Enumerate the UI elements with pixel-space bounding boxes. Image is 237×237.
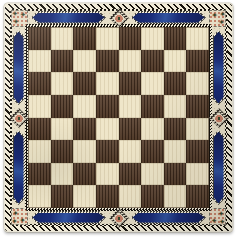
- flower-icon: ✦: [12, 11, 18, 18]
- square-a6[interactable]: [28, 72, 51, 95]
- flower-icon: ✦: [13, 210, 20, 216]
- square-f5[interactable]: [141, 95, 164, 118]
- square-h3[interactable]: [186, 140, 209, 163]
- flower-icon: ✦: [12, 218, 19, 224]
- square-b8[interactable]: [51, 27, 74, 50]
- square-c1[interactable]: [73, 185, 96, 208]
- square-c6[interactable]: [73, 72, 96, 95]
- square-g3[interactable]: [164, 140, 187, 163]
- square-c4[interactable]: [73, 118, 96, 141]
- square-c2[interactable]: [73, 163, 96, 186]
- square-b2[interactable]: [51, 163, 74, 186]
- square-d6[interactable]: [96, 72, 119, 95]
- square-e3[interactable]: [119, 140, 142, 163]
- square-e1[interactable]: [119, 185, 142, 208]
- square-d2[interactable]: [96, 163, 119, 186]
- blue-lozenge-top-right: [131, 11, 206, 24]
- square-f1[interactable]: [141, 185, 164, 208]
- square-c3[interactable]: [73, 140, 96, 163]
- square-d7[interactable]: [96, 50, 119, 73]
- blue-lozenge-bottom-right: [131, 211, 206, 224]
- flower-icon: ✦: [20, 12, 26, 19]
- square-d3[interactable]: [96, 140, 119, 163]
- square-c7[interactable]: [73, 50, 96, 73]
- blue-lozenge-right-lower: [212, 130, 225, 205]
- square-f8[interactable]: [141, 27, 164, 50]
- square-a4[interactable]: [28, 118, 51, 141]
- flower-icon: ✦: [217, 19, 224, 25]
- square-a2[interactable]: [28, 163, 51, 186]
- blue-lozenge-top-left: [31, 11, 106, 24]
- square-g6[interactable]: [164, 72, 187, 95]
- flower-icon: ✦: [219, 217, 225, 224]
- square-g4[interactable]: [164, 118, 187, 141]
- flower-icon: ✦: [211, 216, 217, 223]
- square-g8[interactable]: [164, 27, 187, 50]
- square-f3[interactable]: [141, 140, 164, 163]
- square-b6[interactable]: [51, 72, 74, 95]
- square-g5[interactable]: [164, 95, 187, 118]
- square-a8[interactable]: [28, 27, 51, 50]
- blue-lozenge-bottom-left: [31, 211, 106, 224]
- photo-background: ✦ ✦ ✦ ✦ ✦ ✦ ✦ ✦ ✦ ✦ ✦ ✦: [0, 0, 237, 237]
- square-d1[interactable]: [96, 185, 119, 208]
- square-f6[interactable]: [141, 72, 164, 95]
- square-e5[interactable]: [119, 95, 142, 118]
- square-e7[interactable]: [119, 50, 142, 73]
- square-h4[interactable]: [186, 118, 209, 141]
- board-field: [28, 27, 209, 208]
- chessboard: ✦ ✦ ✦ ✦ ✦ ✦ ✦ ✦ ✦ ✦ ✦ ✦: [4, 3, 233, 232]
- square-e4[interactable]: [119, 118, 142, 141]
- square-b4[interactable]: [51, 118, 74, 141]
- square-h5[interactable]: [186, 95, 209, 118]
- square-h2[interactable]: [186, 163, 209, 186]
- square-a5[interactable]: [28, 95, 51, 118]
- square-b3[interactable]: [51, 140, 74, 163]
- square-e2[interactable]: [119, 163, 142, 186]
- square-b1[interactable]: [51, 185, 74, 208]
- square-g2[interactable]: [164, 163, 187, 186]
- square-h6[interactable]: [186, 72, 209, 95]
- square-d4[interactable]: [96, 118, 119, 141]
- square-h8[interactable]: [186, 27, 209, 50]
- square-d5[interactable]: [96, 95, 119, 118]
- square-b5[interactable]: [51, 95, 74, 118]
- blue-lozenge-left-upper: [12, 30, 25, 105]
- flower-icon: ✦: [20, 217, 27, 223]
- flower-icon: ✦: [218, 209, 224, 216]
- square-d8[interactable]: [96, 27, 119, 50]
- flower-icon: ✦: [218, 11, 225, 17]
- flower-icon: ✦: [13, 19, 19, 26]
- square-h1[interactable]: [186, 185, 209, 208]
- square-a7[interactable]: [28, 50, 51, 73]
- square-f4[interactable]: [141, 118, 164, 141]
- square-a3[interactable]: [28, 140, 51, 163]
- square-e6[interactable]: [119, 72, 142, 95]
- square-g1[interactable]: [164, 185, 187, 208]
- square-a1[interactable]: [28, 185, 51, 208]
- flower-icon: ✦: [210, 12, 217, 18]
- square-c5[interactable]: [73, 95, 96, 118]
- square-f2[interactable]: [141, 163, 164, 186]
- blue-lozenge-left-lower: [12, 130, 25, 205]
- square-g7[interactable]: [164, 50, 187, 73]
- square-f7[interactable]: [141, 50, 164, 73]
- corner-medallion-bottom-right: ✦ ✦ ✦: [209, 208, 226, 225]
- square-c8[interactable]: [73, 27, 96, 50]
- blue-lozenge-right-upper: [212, 30, 225, 105]
- square-e8[interactable]: [119, 27, 142, 50]
- square-h7[interactable]: [186, 50, 209, 73]
- square-b7[interactable]: [51, 50, 74, 73]
